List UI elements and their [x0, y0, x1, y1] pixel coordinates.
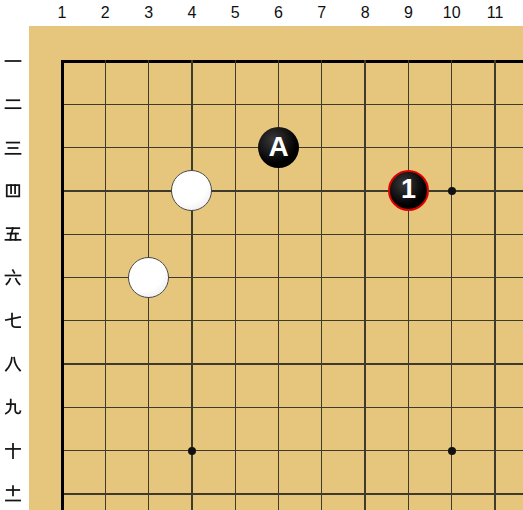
stone-white-3-6: [128, 257, 169, 298]
grid-line-v-1: [61, 60, 64, 510]
grid-line-h-9: [61, 407, 523, 408]
row-label-10: [2, 440, 24, 462]
grid-line-v-4: [191, 60, 192, 510]
stone-black-9-4-last-move: 1: [388, 170, 429, 211]
grid-line-v-8: [364, 60, 365, 510]
column-label-3: 3: [132, 2, 166, 24]
column-label-6: 6: [262, 2, 296, 24]
star-point-4-10: [188, 447, 196, 455]
grid-line-h-1: [61, 60, 523, 63]
row-label-11: [2, 483, 24, 505]
row-label-2: [2, 93, 24, 115]
row-label-8: [2, 353, 24, 375]
grid-line-v-10: [451, 60, 452, 510]
grid-line-h-11: [61, 493, 523, 494]
column-label-10: 10: [435, 2, 469, 24]
grid-line-v-11: [494, 60, 495, 510]
column-label-7: 7: [305, 2, 339, 24]
column-label-5: 5: [218, 2, 252, 24]
row-label-6: [2, 267, 24, 289]
grid-line-v-5: [235, 60, 236, 510]
column-label-2: 2: [88, 2, 122, 24]
star-point-10-10: [448, 447, 456, 455]
column-label-4: 4: [175, 2, 209, 24]
column-label-8: 8: [348, 2, 382, 24]
grid-line-h-8: [61, 363, 523, 364]
grid-line-v-7: [321, 60, 322, 510]
go-diagram: 1234567891011 A1: [0, 0, 523, 510]
grid-line-h-7: [61, 320, 523, 321]
grid-line-h-2: [61, 104, 523, 105]
row-label-9: [2, 396, 24, 418]
row-label-7: [2, 310, 24, 332]
stone-black-6-3: A: [258, 127, 299, 168]
row-label-4: [2, 180, 24, 202]
column-label-9: 9: [391, 2, 425, 24]
stone-label: 1: [401, 176, 416, 203]
row-label-1: [2, 50, 24, 72]
column-label-1: 1: [45, 2, 79, 24]
stone-label: A: [268, 133, 288, 161]
column-label-11: 11: [478, 2, 512, 24]
star-point-10-4: [448, 187, 456, 195]
grid-line-h-5: [61, 234, 523, 235]
row-label-3: [2, 137, 24, 159]
grid-line-v-2: [105, 60, 106, 510]
row-label-5: [2, 223, 24, 245]
go-board[interactable]: [29, 26, 523, 510]
grid-line-v-9: [408, 60, 409, 510]
